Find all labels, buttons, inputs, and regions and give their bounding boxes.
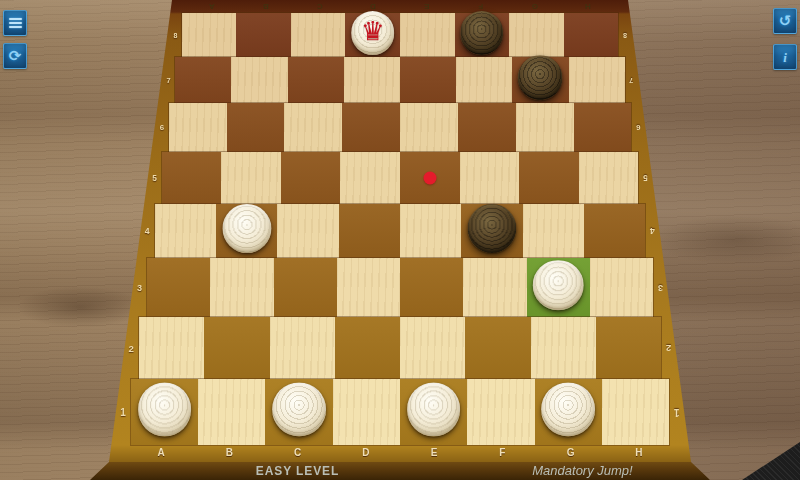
rank-label: 8 bbox=[618, 13, 631, 57]
board-row-2: 22 bbox=[124, 317, 677, 379]
square-e7[interactable] bbox=[400, 57, 456, 103]
white-piece[interactable] bbox=[138, 382, 192, 436]
square-b6[interactable] bbox=[227, 103, 285, 152]
file-label: B bbox=[195, 445, 263, 462]
square-b3[interactable] bbox=[210, 258, 273, 317]
square-a6[interactable] bbox=[169, 103, 227, 152]
rank-label: 3 bbox=[653, 258, 668, 317]
square-a4[interactable] bbox=[155, 204, 216, 258]
square-g4[interactable] bbox=[523, 204, 584, 258]
difficulty-label: EASY LEVEL bbox=[199, 463, 397, 479]
square-e1[interactable] bbox=[400, 379, 467, 445]
board-row-8: 8♛8 bbox=[169, 13, 631, 57]
square-f8[interactable] bbox=[455, 13, 510, 57]
status-message: Mandatory Jump! bbox=[470, 463, 695, 479]
square-f3[interactable] bbox=[463, 258, 526, 317]
checkers-board: ABCDEFGH 8♛877665544332211 ABCDEFGH EASY… bbox=[90, 0, 710, 480]
file-label: C bbox=[293, 0, 347, 13]
file-label: G bbox=[508, 0, 562, 13]
square-b1[interactable] bbox=[198, 379, 265, 445]
file-label: D bbox=[332, 445, 400, 462]
square-d1[interactable] bbox=[333, 379, 400, 445]
square-f5[interactable] bbox=[460, 152, 520, 204]
square-g6[interactable] bbox=[516, 103, 574, 152]
white-piece[interactable] bbox=[272, 382, 326, 436]
black-piece[interactable] bbox=[460, 11, 504, 55]
square-c5[interactable] bbox=[281, 152, 341, 204]
square-c6[interactable] bbox=[284, 103, 342, 152]
square-d5[interactable] bbox=[340, 152, 400, 204]
square-e6[interactable] bbox=[400, 103, 458, 152]
square-a3[interactable] bbox=[147, 258, 210, 317]
file-label: F bbox=[468, 445, 536, 462]
board-front-face: EASY LEVEL Mandatory Jump! bbox=[90, 462, 710, 480]
square-h5[interactable] bbox=[579, 152, 639, 204]
square-d3[interactable] bbox=[337, 258, 400, 317]
bottom-file-labels: ABCDEFGH bbox=[127, 445, 673, 462]
square-d8[interactable]: ♛ bbox=[345, 13, 400, 57]
rank-label: 8 bbox=[169, 13, 182, 57]
square-f7[interactable] bbox=[456, 57, 512, 103]
square-h1[interactable] bbox=[602, 379, 669, 445]
rank-label: 2 bbox=[124, 317, 139, 379]
square-a7[interactable] bbox=[175, 57, 231, 103]
rank-label: 7 bbox=[625, 57, 638, 103]
screen-corner-grip bbox=[742, 442, 800, 480]
info-button[interactable]: i bbox=[773, 44, 797, 70]
square-h7[interactable] bbox=[569, 57, 625, 103]
square-d4[interactable] bbox=[339, 204, 400, 258]
menu-button[interactable] bbox=[3, 10, 27, 36]
square-g7[interactable] bbox=[512, 57, 568, 103]
square-g2[interactable] bbox=[531, 317, 596, 379]
white-piece[interactable] bbox=[533, 260, 584, 311]
square-f2[interactable] bbox=[465, 317, 530, 379]
undo-icon: ↺ bbox=[779, 14, 792, 29]
square-c7[interactable] bbox=[288, 57, 344, 103]
rank-label: 5 bbox=[148, 152, 162, 204]
move-hint-dot bbox=[423, 172, 436, 185]
square-b2[interactable] bbox=[204, 317, 269, 379]
square-h6[interactable] bbox=[574, 103, 632, 152]
square-d7[interactable] bbox=[344, 57, 400, 103]
rank-label: 4 bbox=[140, 204, 155, 258]
rank-label: 3 bbox=[132, 258, 147, 317]
rotate-board-icon: ⟳ bbox=[9, 49, 22, 64]
square-f6[interactable] bbox=[458, 103, 516, 152]
square-c4[interactable] bbox=[277, 204, 338, 258]
undo-button[interactable]: ↺ bbox=[773, 8, 797, 34]
white-piece[interactable] bbox=[407, 382, 461, 436]
file-label: A bbox=[185, 0, 239, 13]
rotate-board-button[interactable]: ⟳ bbox=[3, 43, 27, 69]
rank-label: 6 bbox=[631, 103, 645, 152]
square-b7[interactable] bbox=[231, 57, 287, 103]
info-icon: i bbox=[783, 51, 787, 64]
square-e3[interactable] bbox=[400, 258, 463, 317]
square-b8[interactable] bbox=[236, 13, 291, 57]
square-g5[interactable] bbox=[519, 152, 579, 204]
rank-label: 1 bbox=[669, 379, 685, 445]
file-label: E bbox=[400, 0, 454, 13]
square-g3[interactable] bbox=[527, 258, 590, 317]
file-label: C bbox=[264, 445, 332, 462]
square-c3[interactable] bbox=[274, 258, 337, 317]
square-c1[interactable] bbox=[265, 379, 332, 445]
file-label: A bbox=[127, 445, 195, 462]
top-file-labels: ABCDEFGH bbox=[185, 0, 615, 13]
board-row-7: 77 bbox=[162, 57, 638, 103]
square-h3[interactable] bbox=[590, 258, 653, 317]
square-a5[interactable] bbox=[162, 152, 222, 204]
rank-label: 2 bbox=[661, 317, 676, 379]
menu-icon bbox=[9, 18, 22, 28]
board-row-1: 11 bbox=[115, 379, 685, 445]
rank-label: 1 bbox=[115, 379, 131, 445]
square-a8[interactable] bbox=[182, 13, 237, 57]
black-piece[interactable] bbox=[467, 204, 516, 253]
board-row-6: 66 bbox=[155, 103, 645, 152]
square-a1[interactable] bbox=[131, 379, 198, 445]
square-d2[interactable] bbox=[335, 317, 400, 379]
square-e4[interactable] bbox=[400, 204, 461, 258]
white-piece[interactable] bbox=[222, 204, 271, 253]
square-d6[interactable] bbox=[342, 103, 400, 152]
square-a2[interactable] bbox=[139, 317, 204, 379]
square-e5[interactable] bbox=[400, 152, 460, 204]
file-label: H bbox=[605, 445, 673, 462]
square-c8[interactable] bbox=[291, 13, 346, 57]
square-h2[interactable] bbox=[596, 317, 661, 379]
square-f1[interactable] bbox=[467, 379, 534, 445]
rank-label: 6 bbox=[155, 103, 169, 152]
rank-label: 7 bbox=[162, 57, 175, 103]
square-h8[interactable] bbox=[564, 13, 619, 57]
square-f4[interactable] bbox=[461, 204, 522, 258]
square-h4[interactable] bbox=[584, 204, 645, 258]
square-g8[interactable] bbox=[509, 13, 564, 57]
white-king-piece[interactable]: ♛ bbox=[351, 11, 395, 55]
file-label: H bbox=[561, 0, 615, 13]
board-row-4: 44 bbox=[140, 204, 660, 258]
file-label: E bbox=[400, 445, 468, 462]
square-e2[interactable] bbox=[400, 317, 465, 379]
square-b4[interactable] bbox=[216, 204, 277, 258]
file-label: B bbox=[239, 0, 293, 13]
black-piece[interactable] bbox=[518, 55, 563, 100]
square-b5[interactable] bbox=[221, 152, 281, 204]
board-row-5: 55 bbox=[148, 152, 653, 204]
square-c2[interactable] bbox=[270, 317, 335, 379]
white-piece[interactable] bbox=[541, 382, 595, 436]
file-label: G bbox=[537, 445, 605, 462]
rank-label: 4 bbox=[645, 204, 660, 258]
square-g1[interactable] bbox=[535, 379, 602, 445]
rank-label: 5 bbox=[638, 152, 652, 204]
square-e8[interactable] bbox=[400, 13, 455, 57]
board-row-3: 33 bbox=[132, 258, 668, 317]
king-crown-icon: ♛ bbox=[361, 18, 384, 44]
app-background: { "game": "checkers", "toolbar": { "left… bbox=[0, 0, 800, 480]
